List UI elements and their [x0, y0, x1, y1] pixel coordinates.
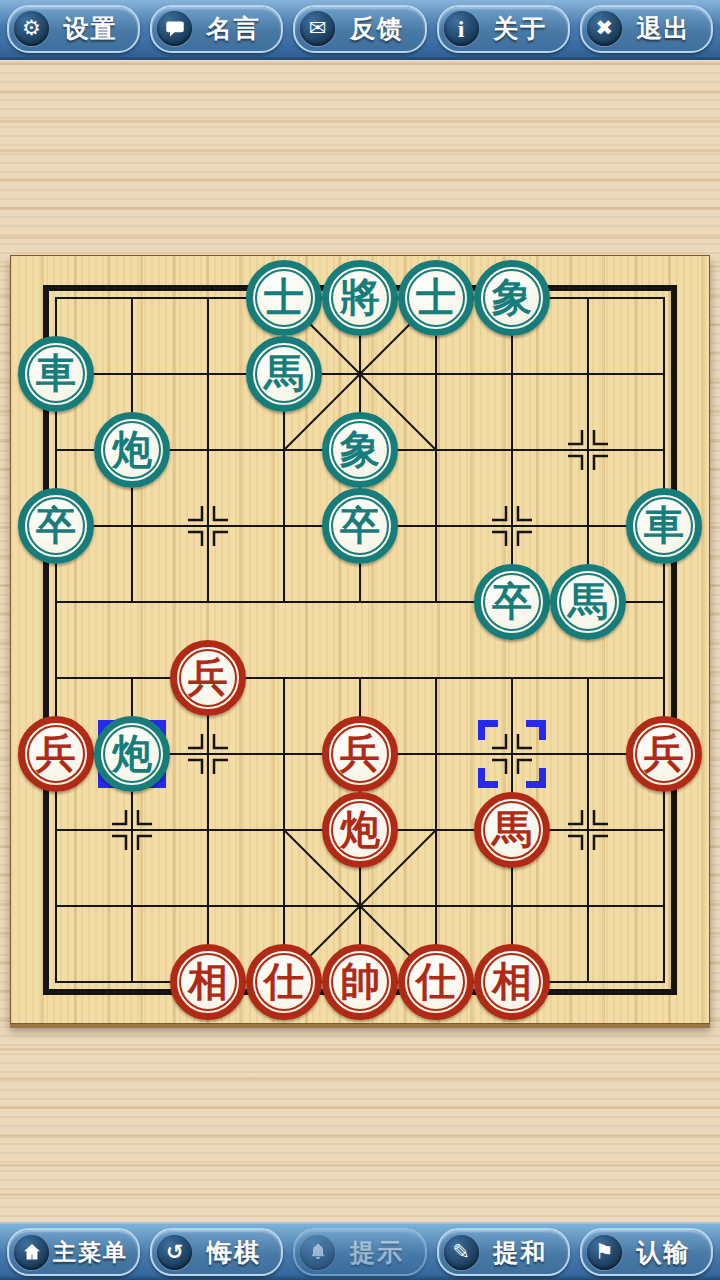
quotes-label: 名言 — [192, 12, 281, 45]
undo-label: 悔棋 — [192, 1236, 281, 1269]
piece-red-soldier[interactable]: 兵 — [626, 716, 702, 792]
piece-black-chariot[interactable]: 車 — [18, 336, 94, 412]
piece-black-horse[interactable]: 馬 — [246, 336, 322, 412]
piece-red-elephant[interactable]: 相 — [474, 944, 550, 1020]
piece-black-advisor[interactable]: 士 — [398, 260, 474, 336]
board[interactable]: 士將士象車馬炮象卒卒車卒馬兵兵炮兵兵炮馬相仕帥仕相 — [10, 255, 710, 1024]
bell-icon — [300, 1235, 335, 1270]
resign-button[interactable]: ⚑ 认输 — [580, 1228, 713, 1276]
piece-black-horse[interactable]: 馬 — [550, 564, 626, 640]
piece-red-advisor[interactable]: 仕 — [398, 944, 474, 1020]
piece-red-soldier[interactable]: 兵 — [322, 716, 398, 792]
piece-black-soldier[interactable]: 卒 — [474, 564, 550, 640]
piece-red-elephant[interactable]: 相 — [170, 944, 246, 1020]
piece-black-general[interactable]: 將 — [322, 260, 398, 336]
piece-black-elephant[interactable]: 象 — [474, 260, 550, 336]
feedback-label: 反馈 — [335, 12, 424, 45]
info-icon: i — [444, 11, 479, 46]
piece-red-horse[interactable]: 馬 — [474, 792, 550, 868]
piece-black-cannon[interactable]: 炮 — [94, 412, 170, 488]
main-menu-label: 主菜单 — [49, 1237, 138, 1268]
piece-black-advisor[interactable]: 士 — [246, 260, 322, 336]
feedback-button[interactable]: ✉ 反馈 — [293, 5, 426, 53]
piece-red-general[interactable]: 帥 — [322, 944, 398, 1020]
pencil-icon: ✎ — [444, 1235, 479, 1270]
offer-draw-button[interactable]: ✎ 提和 — [437, 1228, 570, 1276]
offer-draw-label: 提和 — [479, 1236, 568, 1269]
exit-button[interactable]: ✖ 退出 — [580, 5, 713, 53]
piece-red-advisor[interactable]: 仕 — [246, 944, 322, 1020]
last-move-from-marker — [478, 720, 546, 788]
envelope-icon: ✉ — [300, 11, 335, 46]
piece-red-soldier[interactable]: 兵 — [170, 640, 246, 716]
piece-black-elephant[interactable]: 象 — [322, 412, 398, 488]
piece-black-chariot[interactable]: 車 — [626, 488, 702, 564]
settings-button[interactable]: ⚙ 设置 — [7, 5, 140, 53]
piece-black-cannon[interactable]: 炮 — [94, 716, 170, 792]
hint-label: 提示 — [335, 1236, 424, 1269]
main-menu-button[interactable]: 主菜单 — [7, 1228, 140, 1276]
close-icon: ✖ — [587, 11, 622, 46]
settings-label: 设置 — [49, 12, 138, 45]
piece-black-soldier[interactable]: 卒 — [322, 488, 398, 564]
quotes-button[interactable]: 名言 — [150, 5, 283, 53]
resign-label: 认输 — [622, 1236, 711, 1269]
hint-button: 提示 — [293, 1228, 426, 1276]
undo-icon: ↺ — [157, 1235, 192, 1270]
piece-black-soldier[interactable]: 卒 — [18, 488, 94, 564]
undo-button[interactable]: ↺ 悔棋 — [150, 1228, 283, 1276]
speech-bubble-icon — [157, 11, 192, 46]
gear-icon: ⚙ — [14, 11, 49, 46]
bottom-toolbar: 主菜单 ↺ 悔棋 提示 ✎ 提和 ⚑ 认输 — [0, 1222, 720, 1280]
top-toolbar: ⚙ 设置 名言 ✉ 反馈 i 关于 ✖ 退出 — [0, 0, 720, 60]
about-button[interactable]: i 关于 — [437, 5, 570, 53]
piece-red-soldier[interactable]: 兵 — [18, 716, 94, 792]
exit-label: 退出 — [622, 12, 711, 45]
board-grid — [11, 256, 709, 1023]
piece-red-cannon[interactable]: 炮 — [322, 792, 398, 868]
about-label: 关于 — [479, 12, 568, 45]
home-icon — [14, 1235, 49, 1270]
flag-icon: ⚑ — [587, 1235, 622, 1270]
